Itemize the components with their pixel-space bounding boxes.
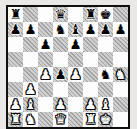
white-king: ♚ [99,112,111,127]
black-rook: ♜ [9,7,21,22]
square-c4[interactable]: ♟ [38,67,53,82]
black-pawn: ♟ [114,22,126,37]
square-d6[interactable] [53,37,68,52]
square-f8[interactable]: ♜ [83,7,98,22]
square-e2[interactable] [68,97,83,112]
square-e7[interactable]: ♝ [68,22,83,37]
black-pawn: ♟ [99,22,111,37]
square-b7[interactable]: ♟ [23,22,38,37]
square-h5[interactable] [113,52,128,67]
square-f5[interactable] [83,52,98,67]
black-bishop: ♝ [69,22,81,37]
square-c3[interactable] [38,82,53,97]
square-f6[interactable] [83,37,98,52]
square-d3[interactable] [53,82,68,97]
square-h2[interactable] [113,97,128,112]
square-h3[interactable] [113,82,128,97]
square-b2[interactable]: ♝ [23,97,38,112]
black-pawn: ♟ [39,37,51,52]
chess-board: ♜♛♜♚♟♟♞♝♟♟♟♟♟♟♟♟♞♞♟♟♝♟♟♝♜♞♛♜♚ [8,7,128,127]
white-bishop: ♝ [24,97,36,112]
square-e5[interactable] [68,52,83,67]
square-g4[interactable]: ♞ [98,67,113,82]
white-pawn: ♟ [54,97,66,112]
square-f4[interactable] [83,67,98,82]
square-a6[interactable] [8,37,23,52]
white-knight: ♞ [114,67,126,82]
square-a1[interactable]: ♜ [8,112,23,127]
square-a2[interactable]: ♟ [8,97,23,112]
square-d4[interactable]: ♟ [53,67,68,82]
square-e4[interactable]: ♟ [68,67,83,82]
white-rook: ♜ [84,112,96,127]
white-pawn: ♟ [39,67,51,82]
square-d2[interactable]: ♟ [53,97,68,112]
square-a5[interactable] [8,52,23,67]
square-b4[interactable] [23,67,38,82]
square-c2[interactable] [38,97,53,112]
square-f3[interactable] [83,82,98,97]
black-pawn: ♟ [84,22,96,37]
white-pawn: ♟ [24,82,36,97]
square-b6[interactable] [23,37,38,52]
square-a3[interactable] [8,82,23,97]
black-knight: ♞ [99,67,111,82]
square-h8[interactable] [113,7,128,22]
black-knight: ♞ [54,22,66,37]
white-pawn: ♟ [84,97,96,112]
square-g2[interactable]: ♝ [98,97,113,112]
square-a4[interactable] [8,67,23,82]
square-g1[interactable]: ♚ [98,112,113,127]
black-pawn: ♟ [24,22,36,37]
square-a8[interactable]: ♜ [8,7,23,22]
square-b1[interactable]: ♞ [23,112,38,127]
black-pawn: ♟ [9,22,21,37]
white-knight: ♞ [24,112,36,127]
white-pawn: ♟ [9,97,21,112]
square-g7[interactable]: ♟ [98,22,113,37]
square-g3[interactable] [98,82,113,97]
square-d7[interactable]: ♞ [53,22,68,37]
square-d1[interactable]: ♛ [53,112,68,127]
square-f1[interactable]: ♜ [83,112,98,127]
square-h7[interactable]: ♟ [113,22,128,37]
square-c6[interactable]: ♟ [38,37,53,52]
square-g5[interactable] [98,52,113,67]
square-c8[interactable] [38,7,53,22]
square-g6[interactable] [98,37,113,52]
square-d5[interactable] [53,52,68,67]
square-d8[interactable]: ♛ [53,7,68,22]
square-c1[interactable] [38,112,53,127]
square-h1[interactable] [113,112,128,127]
square-h4[interactable]: ♞ [113,67,128,82]
square-e3[interactable] [68,82,83,97]
chess-board-frame: ♜♛♜♚♟♟♞♝♟♟♟♟♟♟♟♟♞♞♟♟♝♟♟♝♜♞♛♜♚ [6,5,130,129]
black-king: ♚ [99,7,111,22]
black-rook: ♜ [84,7,96,22]
square-a7[interactable]: ♟ [8,22,23,37]
square-f7[interactable]: ♟ [83,22,98,37]
black-pawn: ♟ [69,37,81,52]
white-bishop: ♝ [99,97,111,112]
square-e1[interactable] [68,112,83,127]
white-queen: ♛ [54,112,66,127]
square-b3[interactable]: ♟ [23,82,38,97]
square-c7[interactable] [38,22,53,37]
square-h6[interactable] [113,37,128,52]
square-f2[interactable]: ♟ [83,97,98,112]
white-pawn: ♟ [69,67,81,82]
square-e6[interactable]: ♟ [68,37,83,52]
square-b5[interactable] [23,52,38,67]
white-rook: ♜ [9,112,21,127]
black-pawn: ♟ [54,67,66,82]
square-g8[interactable]: ♚ [98,7,113,22]
square-c5[interactable] [38,52,53,67]
square-b8[interactable] [23,7,38,22]
square-e8[interactable] [68,7,83,22]
black-queen: ♛ [54,7,66,22]
